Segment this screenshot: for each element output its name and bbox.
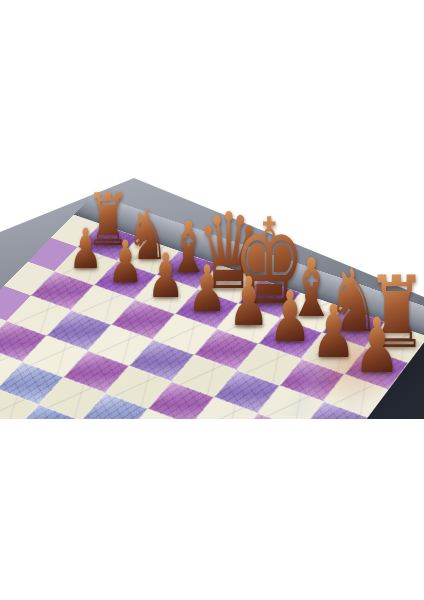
- piece-copper-pawn-c7[interactable]: ♟: [145, 245, 187, 306]
- pawn-glyph: ♟: [145, 245, 187, 306]
- pieces-layer: ♜♞♝♛♚♝♞♜♟♟♟♟♟♟♟♟: [0, 0, 424, 600]
- piece-copper-pawn-f7[interactable]: ♟: [267, 282, 315, 352]
- piece-copper-pawn-d7[interactable]: ♟: [185, 257, 229, 321]
- pawn-glyph: ♟: [267, 282, 315, 352]
- piece-copper-pawn-e7[interactable]: ♟: [225, 269, 271, 336]
- piece-copper-pawn-h7[interactable]: ♟: [351, 308, 403, 384]
- pawn-glyph: ♟: [351, 308, 403, 384]
- pawn-glyph: ♟: [185, 257, 229, 321]
- piece-copper-pawn-a7[interactable]: ♟: [67, 222, 105, 277]
- pawn-glyph: ♟: [67, 222, 105, 277]
- piece-copper-pawn-b7[interactable]: ♟: [106, 233, 146, 291]
- pawn-glyph: ♟: [225, 269, 271, 336]
- pawn-glyph: ♟: [106, 233, 146, 291]
- photo-stage: ♜♞♝♛♚♝♞♜♟♟♟♟♟♟♟♟: [0, 0, 424, 600]
